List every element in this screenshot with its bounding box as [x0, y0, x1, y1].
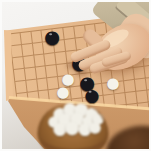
- go-photo-thumbnail: ●●●●●●● ●●●●●●●●●●●●●: [0, 0, 151, 151]
- photo-area: ●●●●●●● ●●●●●●●●●●●●●: [2, 2, 149, 149]
- placing-hand: [2, 2, 149, 149]
